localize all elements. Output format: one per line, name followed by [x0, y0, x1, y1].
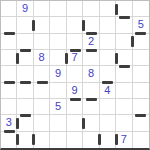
cell-r6c8[interactable]: [116, 83, 132, 99]
consecutive-marker-h: [20, 49, 31, 52]
puzzle-board: 952879894537: [0, 0, 150, 150]
cell-r3c1[interactable]: [1, 34, 17, 50]
cell-r7c3[interactable]: [34, 99, 50, 115]
cell-r8c2[interactable]: [17, 115, 33, 131]
consecutive-marker-h: [86, 49, 97, 52]
consecutive-marker-h: [37, 81, 48, 84]
cell-r1c8[interactable]: [116, 1, 132, 17]
cell-r2c4[interactable]: [50, 17, 66, 33]
cell-r4c6[interactable]: [83, 50, 99, 66]
cell-r7c5[interactable]: [67, 99, 83, 115]
consecutive-marker-v: [32, 20, 35, 31]
consecutive-marker-v: [131, 36, 134, 47]
cell-r5c4[interactable]: 9: [50, 66, 66, 82]
consecutive-marker-h: [4, 130, 15, 133]
given-digit: 3: [6, 117, 12, 128]
cell-r9c3[interactable]: [34, 132, 50, 148]
consecutive-marker-h: [135, 114, 146, 117]
cell-r3c2[interactable]: [17, 34, 33, 50]
consecutive-marker-v: [16, 134, 19, 145]
cell-r6c5[interactable]: 9: [67, 83, 83, 99]
cell-r2c7[interactable]: [100, 17, 116, 33]
consecutive-marker-h: [4, 81, 15, 84]
given-digit: 9: [22, 3, 28, 14]
consecutive-marker-v: [115, 4, 118, 15]
cell-r4c1[interactable]: [1, 50, 17, 66]
consecutive-marker-v: [98, 134, 101, 145]
cell-r6c2[interactable]: [17, 83, 33, 99]
cell-r4c5[interactable]: 7: [67, 50, 83, 66]
cell-r7c2[interactable]: [17, 99, 33, 115]
cell-r5c6[interactable]: 8: [83, 66, 99, 82]
cell-r2c8[interactable]: [116, 17, 132, 33]
cell-r6c9[interactable]: [133, 83, 149, 99]
cell-r6c7[interactable]: 4: [100, 83, 116, 99]
given-digit: 5: [138, 19, 144, 30]
cell-r5c8[interactable]: [116, 66, 132, 82]
cell-r1c1[interactable]: [1, 1, 17, 17]
cell-r3c7[interactable]: [100, 34, 116, 50]
cell-r1c2[interactable]: 9: [17, 1, 33, 17]
consecutive-marker-h: [70, 98, 81, 101]
cell-r9c4[interactable]: [50, 132, 66, 148]
cell-r3c3[interactable]: [34, 34, 50, 50]
cell-r8c8[interactable]: [116, 115, 132, 131]
consecutive-marker-v: [115, 53, 118, 64]
consecutive-marker-h: [102, 81, 113, 84]
cell-r7c4[interactable]: 5: [50, 99, 66, 115]
cell-r3c5[interactable]: [67, 34, 83, 50]
cell-r6c3[interactable]: [34, 83, 50, 99]
cell-r2c5[interactable]: [67, 17, 83, 33]
consecutive-marker-h: [119, 65, 130, 68]
given-digit: 2: [88, 36, 94, 47]
cell-r1c6[interactable]: [83, 1, 99, 17]
cell-r7c6[interactable]: [83, 99, 99, 115]
cell-r4c2[interactable]: [17, 50, 33, 66]
cell-r9c1[interactable]: [1, 132, 17, 148]
cell-r7c9[interactable]: [133, 99, 149, 115]
cell-r9c7[interactable]: [100, 132, 116, 148]
consecutive-marker-v: [16, 118, 19, 129]
consecutive-marker-v: [82, 118, 85, 129]
cell-r4c9[interactable]: [133, 50, 149, 66]
cell-r7c7[interactable]: [100, 99, 116, 115]
given-digit: 7: [71, 52, 77, 63]
consecutive-marker-h: [20, 81, 31, 84]
cell-r5c5[interactable]: [67, 66, 83, 82]
cell-r1c4[interactable]: [50, 1, 66, 17]
cell-r6c1[interactable]: [1, 83, 17, 99]
cell-r4c3[interactable]: 8: [34, 50, 50, 66]
cell-r9c5[interactable]: [67, 132, 83, 148]
cell-r9c9[interactable]: [133, 132, 149, 148]
cell-r3c6[interactable]: 2: [83, 34, 99, 50]
cell-r8c5[interactable]: [67, 115, 83, 131]
cell-r2c3[interactable]: [34, 17, 50, 33]
cell-r3c4[interactable]: [50, 34, 66, 50]
consecutive-marker-v: [115, 134, 118, 145]
given-digit: 9: [55, 68, 61, 79]
consecutive-marker-v: [82, 20, 85, 31]
cell-r1c3[interactable]: [34, 1, 50, 17]
cell-r8c9[interactable]: [133, 115, 149, 131]
cell-r7c8[interactable]: [116, 99, 132, 115]
cell-r6c4[interactable]: [50, 83, 66, 99]
cell-r8c3[interactable]: [34, 115, 50, 131]
consecutive-marker-h: [135, 32, 146, 35]
consecutive-marker-h: [70, 49, 81, 52]
consecutive-marker-h: [86, 32, 97, 35]
puzzle-grid: 952879894537: [1, 1, 149, 148]
consecutive-marker-v: [65, 53, 68, 64]
given-digit: 4: [104, 85, 110, 96]
cell-r4c8[interactable]: [116, 50, 132, 66]
given-digit: 8: [88, 68, 94, 79]
consecutive-marker-h: [4, 32, 15, 35]
given-digit: 5: [55, 101, 61, 112]
cell-r5c9[interactable]: [133, 66, 149, 82]
consecutive-marker-v: [16, 53, 19, 64]
cell-r1c9[interactable]: [133, 1, 149, 17]
cell-r9c8[interactable]: 7: [116, 132, 132, 148]
cell-r1c7[interactable]: [100, 1, 116, 17]
given-digit: 9: [71, 85, 77, 96]
cell-r8c6[interactable]: [83, 115, 99, 131]
cell-r8c4[interactable]: [50, 115, 66, 131]
consecutive-marker-v: [32, 134, 35, 145]
given-digit: 8: [39, 52, 45, 63]
cell-r8c7[interactable]: [100, 115, 116, 131]
cell-r3c9[interactable]: [133, 34, 149, 50]
cell-r7c1[interactable]: [1, 99, 17, 115]
consecutive-marker-h: [119, 16, 130, 19]
given-digit: 7: [121, 134, 127, 145]
consecutive-marker-h: [20, 114, 31, 117]
cell-r4c7[interactable]: [100, 50, 116, 66]
cell-r1c5[interactable]: [67, 1, 83, 17]
consecutive-marker-h: [86, 98, 97, 101]
cell-r6c6[interactable]: [83, 83, 99, 99]
